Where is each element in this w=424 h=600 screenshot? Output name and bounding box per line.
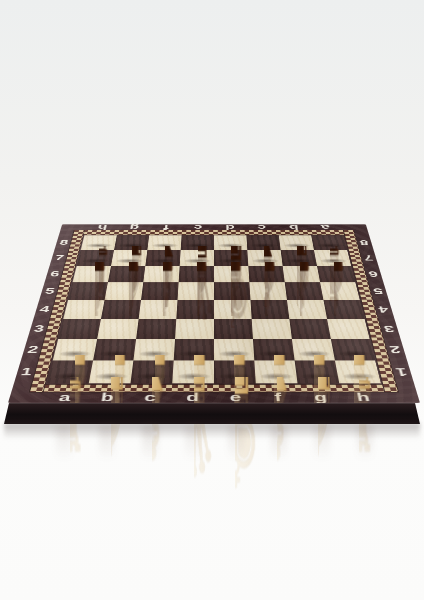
square-a4[interactable] [63, 300, 104, 319]
rank-label-7: 7 [359, 250, 378, 266]
squares [47, 235, 381, 383]
square-b6[interactable] [108, 266, 145, 283]
square-e6[interactable] [214, 266, 249, 283]
square-g5[interactable] [285, 282, 324, 300]
square-c8[interactable] [147, 235, 181, 250]
square-g4[interactable] [287, 300, 327, 319]
square-h2[interactable] [331, 339, 375, 361]
rank-label-6: 6 [363, 266, 383, 283]
square-e7[interactable] [214, 250, 248, 266]
square-g8[interactable] [279, 235, 314, 250]
square-a1[interactable] [47, 360, 93, 383]
board-scene: abcdefgh abcdefgh 87654321 87654321 ♜♜♞♞… [8, 0, 420, 403]
square-h7[interactable] [314, 250, 351, 266]
rank-label-8: 8 [355, 235, 374, 250]
file-label-c: c [128, 392, 172, 402]
chess-board: abcdefgh abcdefgh 87654321 87654321 ♜♜♞♞… [8, 224, 420, 403]
square-f8[interactable] [246, 235, 280, 250]
square-f7[interactable] [247, 250, 282, 266]
square-e4[interactable] [214, 300, 252, 319]
square-d5[interactable] [178, 282, 214, 300]
square-a8[interactable] [81, 235, 117, 250]
file-label-d: d [171, 392, 214, 402]
file-label-f: f [256, 392, 300, 402]
square-c5[interactable] [141, 282, 179, 300]
square-f4[interactable] [250, 300, 289, 319]
file-label-b: b [85, 392, 129, 402]
square-d3[interactable] [175, 319, 214, 339]
square-b8[interactable] [114, 235, 149, 250]
square-b5[interactable] [105, 282, 144, 300]
square-f3[interactable] [252, 319, 292, 339]
square-a7[interactable] [77, 250, 114, 266]
square-g7[interactable] [281, 250, 317, 266]
rank-label-8: 8 [54, 235, 73, 250]
inlay-strip-bottom [30, 385, 398, 392]
file-label-e: e [214, 392, 257, 402]
square-d4[interactable] [176, 300, 214, 319]
square-f2[interactable] [253, 339, 295, 361]
square-e8[interactable] [214, 235, 247, 250]
file-label-h: h [341, 392, 386, 402]
square-e2[interactable] [214, 339, 254, 361]
square-b3[interactable] [97, 319, 138, 339]
square-e3[interactable] [214, 319, 253, 339]
square-a5[interactable] [68, 282, 108, 300]
square-b4[interactable] [101, 300, 141, 319]
square-g2[interactable] [292, 339, 335, 361]
square-b1[interactable] [89, 360, 134, 383]
square-c2[interactable] [133, 339, 175, 361]
square-h8[interactable] [311, 235, 347, 250]
square-f1[interactable] [254, 360, 297, 383]
square-d8[interactable] [181, 235, 214, 250]
square-e1[interactable] [214, 360, 256, 383]
square-b7[interactable] [111, 250, 147, 266]
square-a6[interactable] [73, 266, 112, 283]
square-d1[interactable] [172, 360, 214, 383]
square-a3[interactable] [58, 319, 101, 339]
square-b2[interactable] [93, 339, 136, 361]
square-c4[interactable] [139, 300, 178, 319]
square-g1[interactable] [295, 360, 340, 383]
square-c6[interactable] [143, 266, 179, 283]
chess-set-photo: abcdefgh abcdefgh 87654321 87654321 ♜♜♞♞… [0, 0, 424, 600]
square-c7[interactable] [145, 250, 180, 266]
file-label-g: g [299, 392, 343, 402]
square-a2[interactable] [53, 339, 97, 361]
board-front-edge [4, 403, 420, 424]
square-f5[interactable] [249, 282, 287, 300]
square-h6[interactable] [317, 266, 356, 283]
square-g3[interactable] [289, 319, 330, 339]
square-d7[interactable] [180, 250, 214, 266]
square-c3[interactable] [136, 319, 176, 339]
square-f6[interactable] [248, 266, 284, 283]
square-h1[interactable] [335, 360, 381, 383]
square-h5[interactable] [320, 282, 360, 300]
square-d6[interactable] [179, 266, 214, 283]
board-floor-shadow [4, 423, 420, 439]
file-labels-bottom: abcdefgh [42, 392, 386, 402]
square-e5[interactable] [214, 282, 250, 300]
square-c1[interactable] [130, 360, 173, 383]
square-d2[interactable] [174, 339, 214, 361]
rank-label-5: 5 [368, 282, 389, 300]
square-h4[interactable] [323, 300, 364, 319]
square-g6[interactable] [283, 266, 320, 283]
file-label-a: a [42, 392, 87, 402]
square-h3[interactable] [327, 319, 370, 339]
